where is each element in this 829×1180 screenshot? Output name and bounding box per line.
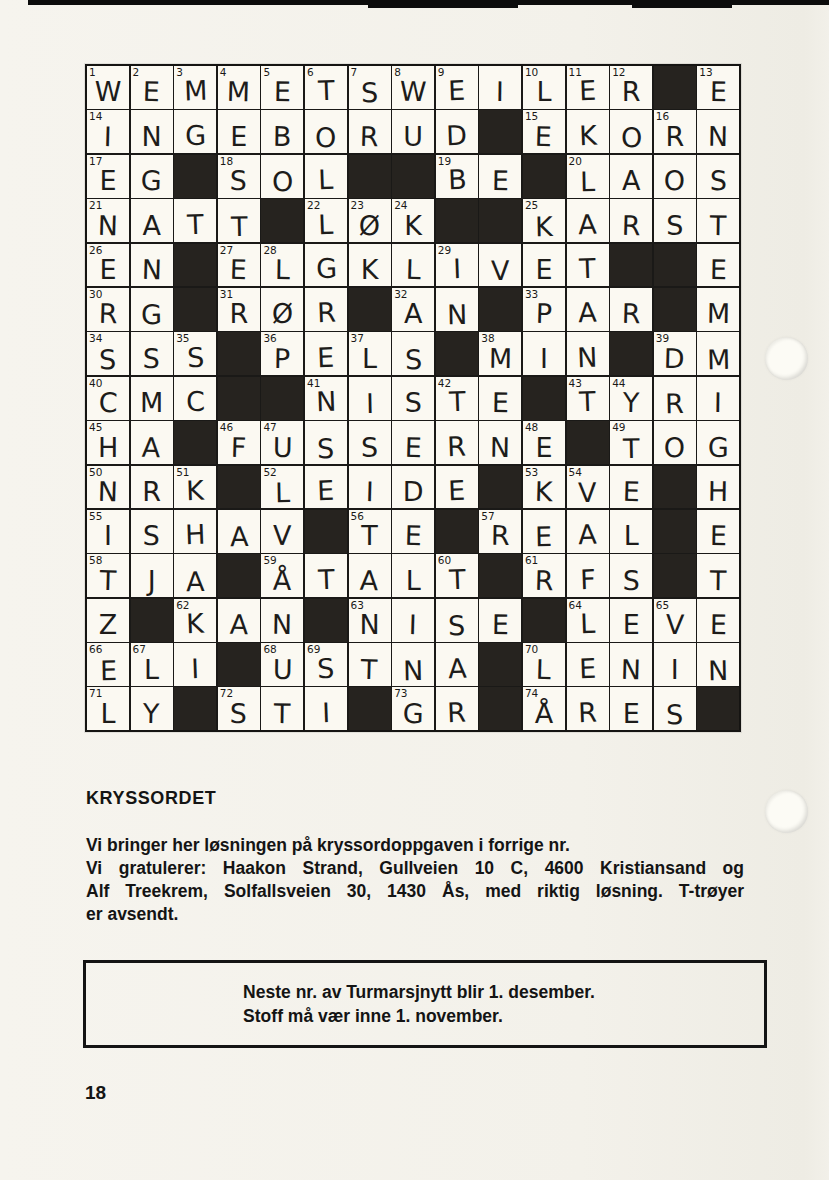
letter-cell: I	[523, 332, 565, 375]
notice-line: Neste nr. av Turmarsjnytt blir 1. desemb…	[243, 980, 595, 1005]
solution-letter: S	[710, 158, 728, 194]
letter-cell: 40C	[87, 377, 129, 420]
solution-letter: M	[706, 291, 730, 327]
solution-letter: K	[535, 203, 553, 239]
letter-cell: T	[305, 554, 347, 597]
letter-cell: 32A	[392, 288, 434, 331]
solution-letter: G	[315, 246, 337, 283]
letter-cell: 5E	[261, 66, 303, 109]
solution-letter: Y	[622, 380, 639, 416]
letter-cell: L	[392, 554, 434, 597]
solution-letter: R	[142, 469, 161, 505]
letter-cell: 42T	[436, 377, 478, 420]
solution-letter: L	[101, 691, 116, 727]
solution-letter: L	[579, 601, 595, 638]
black-cell	[479, 110, 521, 153]
letter-cell: E	[610, 466, 652, 509]
solution-letter: S	[186, 334, 204, 371]
black-cell	[218, 377, 260, 420]
solution-letter: N	[141, 247, 162, 284]
black-cell	[654, 466, 696, 509]
letter-cell: A	[349, 554, 391, 597]
black-cell	[479, 199, 521, 242]
solution-letter: N	[621, 646, 642, 683]
letter-cell: 58T	[87, 554, 129, 597]
solution-letter: Y	[143, 691, 160, 727]
solution-letter: S	[404, 337, 422, 373]
clue-number: 32	[394, 288, 407, 300]
letter-cell: T	[261, 687, 303, 730]
solution-letter: E	[492, 602, 510, 638]
solution-letter: N	[577, 334, 598, 371]
letter-cell: 19B	[436, 155, 478, 198]
solution-letter: I	[104, 513, 112, 549]
letter-cell: A	[218, 510, 260, 553]
solution-letter: K	[186, 601, 205, 638]
solution-letter: L	[406, 558, 421, 594]
solution-letter: E	[317, 468, 335, 505]
letter-cell: 26E	[87, 244, 129, 287]
letter-cell: 10L	[523, 66, 565, 109]
solution-letter: E	[578, 68, 596, 105]
letter-cell: A	[131, 421, 173, 464]
letter-cell: O	[261, 155, 303, 198]
letter-cell: 71L	[87, 687, 129, 730]
page-number: 18	[85, 1082, 106, 1104]
solution-letter: M	[706, 337, 730, 373]
letter-cell: I	[174, 643, 216, 686]
letter-cell: 35S	[174, 332, 216, 375]
solution-letter: E	[317, 334, 335, 371]
black-cell	[654, 244, 696, 287]
letter-cell: A	[131, 199, 173, 242]
letter-cell: 36P	[261, 332, 303, 375]
letter-cell: 38M	[479, 332, 521, 375]
letter-cell: R	[305, 288, 347, 331]
solution-letter: W	[95, 69, 122, 105]
solution-letter: H	[708, 469, 729, 505]
solution-letter: E	[535, 247, 552, 283]
letter-cell: 44Y	[610, 377, 652, 420]
letter-cell: 66E	[87, 643, 129, 686]
solution-letter: A	[142, 203, 160, 239]
letter-cell: R	[349, 110, 391, 153]
solution-letter: L	[318, 201, 334, 238]
letter-cell: 11E	[567, 66, 609, 109]
clue-number: 12	[612, 66, 625, 78]
letter-cell: O	[654, 155, 696, 198]
solution-letter: N	[272, 602, 293, 638]
solution-letter: T	[317, 68, 335, 105]
solution-letter: P	[535, 291, 552, 327]
letter-cell: R	[131, 466, 173, 509]
letter-cell: E	[392, 510, 434, 553]
letter-cell: 64L	[567, 599, 609, 642]
letter-cell: T	[697, 199, 739, 242]
solution-letter: E	[143, 69, 161, 105]
solution-letter: R	[621, 291, 641, 328]
solution-letter: S	[317, 425, 335, 461]
letter-cell: 49T	[610, 421, 652, 464]
letter-cell: I	[305, 687, 347, 730]
solution-letter: R	[491, 513, 510, 549]
black-cell	[654, 554, 696, 597]
letter-cell: 69S	[305, 643, 347, 686]
black-cell	[436, 332, 478, 375]
letter-cell: Y	[131, 687, 173, 730]
solution-letter: N	[708, 114, 729, 150]
letter-cell: I	[392, 599, 434, 642]
letter-cell: 7S	[349, 66, 391, 109]
letter-cell: 47U	[261, 421, 303, 464]
letter-cell: 41N	[305, 377, 347, 420]
letter-cell: E	[479, 155, 521, 198]
letter-cell: 1W	[87, 66, 129, 109]
solution-letter: L	[624, 513, 639, 549]
letter-cell: G	[131, 288, 173, 331]
letter-cell: K	[567, 110, 609, 153]
letter-cell: D	[392, 466, 434, 509]
solution-letter: O	[664, 158, 686, 195]
solution-letter: T	[361, 646, 378, 682]
black-cell	[174, 421, 216, 464]
letter-cell: 65V	[654, 599, 696, 642]
black-cell	[436, 510, 478, 553]
letter-cell: H	[174, 510, 216, 553]
solution-letter: C	[98, 380, 118, 417]
letter-cell: I	[654, 643, 696, 686]
solution-letter: K	[535, 469, 554, 505]
solution-letter: T	[710, 202, 727, 238]
solution-letter: T	[186, 201, 204, 238]
solution-letter: G	[708, 424, 729, 460]
solution-letter: K	[186, 468, 205, 505]
solution-letter: S	[622, 558, 640, 594]
solution-letter: V	[578, 470, 597, 506]
solution-letter: Ø	[358, 202, 380, 239]
solution-letter: P	[274, 336, 291, 372]
black-cell	[610, 332, 652, 375]
letter-cell: E	[610, 687, 652, 730]
letter-cell: H	[697, 466, 739, 509]
solution-letter: N	[97, 469, 118, 506]
solution-letter: A	[578, 512, 598, 549]
letter-cell: R	[567, 687, 609, 730]
letter-cell: S	[392, 332, 434, 375]
letter-cell: A	[174, 554, 216, 597]
clue-number: 48	[525, 421, 538, 433]
solution-letter: E	[230, 247, 248, 283]
letter-cell: 68U	[261, 643, 303, 686]
solution-letter: I	[365, 469, 374, 505]
punch-hole-bottom	[765, 790, 808, 833]
black-cell	[349, 288, 391, 331]
letter-cell: V	[479, 244, 521, 287]
solution-letter: D	[446, 112, 468, 149]
black-cell	[436, 199, 478, 242]
letter-cell: 63N	[349, 599, 391, 642]
black-cell	[479, 687, 521, 730]
solution-letter: U	[403, 114, 423, 150]
clue-number: 45	[89, 421, 102, 433]
solution-letter: F	[579, 556, 596, 593]
black-cell	[697, 687, 739, 730]
black-cell	[131, 599, 173, 642]
black-cell	[174, 687, 216, 730]
notice-line: Stoff må vær inne 1. november.	[243, 1004, 595, 1029]
solution-letter: M	[140, 380, 163, 416]
black-cell	[218, 332, 260, 375]
letter-cell: 27E	[218, 244, 260, 287]
letter-cell: E	[305, 466, 347, 509]
clue-number: 24	[394, 199, 407, 211]
letter-cell: R	[610, 199, 652, 242]
solution-letter: I	[714, 380, 722, 416]
letter-cell: S	[131, 510, 173, 553]
solution-letter: S	[317, 645, 335, 682]
letter-cell: Z	[87, 599, 129, 642]
letter-cell: 37L	[349, 332, 391, 375]
clue-number: 17	[89, 155, 102, 167]
notice-box: Neste nr. av Turmarsjnytt blir 1. desemb…	[83, 960, 767, 1048]
letter-cell: R	[436, 687, 478, 730]
letter-cell: M	[131, 377, 173, 420]
solution-letter: G	[402, 691, 424, 728]
solution-letter: T	[579, 379, 597, 416]
black-cell	[479, 466, 521, 509]
letter-cell: U	[392, 110, 434, 153]
solution-letter: N	[490, 424, 511, 460]
solution-letter: O	[620, 115, 642, 151]
solution-letter: E	[404, 513, 422, 549]
letter-cell: 67L	[131, 643, 173, 686]
letter-cell: L	[610, 510, 652, 553]
black-cell	[654, 288, 696, 331]
letter-cell: E	[697, 599, 739, 642]
letter-cell: R	[610, 288, 652, 331]
letter-cell: 4M	[218, 66, 260, 109]
solution-letter: K	[361, 247, 379, 283]
solution-letter: R	[665, 381, 685, 417]
solution-letter: T	[623, 425, 640, 461]
clue-number: 31	[220, 288, 233, 300]
black-cell	[218, 643, 260, 686]
clue-number: 5	[263, 66, 270, 78]
crossword-grid: 1W2E3M4M5E6T7S8W9EI10L11E12R13E14INGEBOR…	[85, 64, 741, 732]
letter-cell: 29I	[436, 244, 478, 287]
letter-cell: N	[479, 421, 521, 464]
solution-letter: S	[143, 336, 161, 372]
solution-letter: H	[184, 512, 206, 549]
letter-cell: 14I	[87, 110, 129, 153]
solution-letter: E	[535, 514, 553, 550]
black-cell	[479, 554, 521, 597]
solution-letter: R	[447, 423, 467, 460]
letter-cell: 8W	[392, 66, 434, 109]
clue-number: 71	[89, 687, 102, 699]
solution-letter: L	[580, 159, 596, 195]
black-cell	[174, 244, 216, 287]
clue-number: 55	[89, 510, 102, 522]
letter-cell: E	[523, 244, 565, 287]
letter-cell: 59Å	[261, 554, 303, 597]
black-cell	[218, 554, 260, 597]
solution-letter: E	[492, 158, 510, 194]
letter-cell: 60T	[436, 554, 478, 597]
solution-letter: N	[97, 202, 118, 239]
solution-letter: N	[142, 114, 162, 150]
letter-cell: 72S	[218, 687, 260, 730]
article-line: Vi gratulerer: Haakon Strand, Gullveien …	[86, 857, 744, 880]
letter-cell: 74Å	[523, 687, 565, 730]
solution-letter: T	[274, 691, 291, 727]
article-line: Alf Treekrem, Solfallsveien 30, 1430 Ås,…	[86, 880, 744, 903]
solution-letter: I	[365, 381, 374, 417]
solution-letter: I	[409, 602, 418, 638]
solution-letter: A	[578, 290, 598, 327]
solution-letter: S	[448, 603, 466, 639]
letter-cell: V	[261, 510, 303, 553]
letter-cell: E	[436, 466, 478, 509]
black-cell	[654, 66, 696, 109]
letter-cell: S	[610, 554, 652, 597]
letter-cell: 48E	[523, 421, 565, 464]
solution-letter: A	[229, 602, 248, 639]
black-cell	[479, 643, 521, 686]
black-cell	[479, 288, 521, 331]
solution-letter: V	[665, 602, 684, 639]
solution-letter: E	[535, 114, 553, 150]
black-cell	[305, 599, 347, 642]
letter-cell: T	[697, 554, 739, 597]
solution-letter: Ø	[272, 291, 294, 327]
letter-cell: 55I	[87, 510, 129, 553]
solution-letter: E	[710, 69, 728, 105]
article-line: er avsendt.	[86, 903, 744, 926]
solution-letter: U	[272, 646, 292, 682]
letter-cell: S	[654, 687, 696, 730]
letter-cell: E	[523, 510, 565, 553]
solution-letter: M	[183, 68, 208, 105]
solution-letter: A	[186, 559, 205, 595]
article-text: Vi bringer her løsningen på kryssordoppg…	[86, 834, 744, 926]
black-cell	[523, 377, 565, 420]
letter-cell: E	[479, 599, 521, 642]
solution-letter: S	[143, 513, 161, 549]
solution-letter: O	[664, 424, 686, 461]
letter-cell: 2E	[131, 66, 173, 109]
solution-letter: L	[318, 157, 334, 194]
letter-cell: N	[697, 110, 739, 153]
letter-cell: E	[218, 110, 260, 153]
black-cell	[567, 421, 609, 464]
letter-cell: 16R	[654, 110, 696, 153]
solution-letter: R	[534, 557, 554, 594]
solution-letter: R	[98, 291, 118, 328]
solution-letter: M	[227, 69, 251, 106]
solution-letter: E	[622, 469, 640, 505]
letter-cell: Ø	[261, 288, 303, 331]
solution-letter: D	[403, 469, 424, 505]
solution-letter: N	[446, 292, 467, 328]
solution-letter: L	[275, 247, 291, 283]
letter-cell: S	[349, 421, 391, 464]
scan-top-edge-blob	[632, 0, 732, 8]
solution-letter: R	[621, 202, 641, 239]
solution-letter: D	[664, 335, 686, 372]
letter-cell: 57R	[479, 510, 521, 553]
letter-cell: A	[436, 643, 478, 686]
scan-top-edge-blob	[368, 0, 518, 8]
letter-cell: 17E	[87, 155, 129, 198]
solution-letter: I	[671, 647, 679, 683]
letter-cell: 25K	[523, 199, 565, 242]
solution-letter: E	[578, 645, 596, 682]
solution-letter: E	[710, 513, 728, 549]
solution-letter: A	[142, 424, 161, 461]
solution-letter: B	[447, 157, 467, 194]
letter-cell: 24K	[392, 199, 434, 242]
solution-letter: A	[578, 201, 598, 238]
clue-number: 9	[438, 66, 445, 78]
solution-letter: M	[488, 336, 512, 372]
solution-letter: A	[622, 158, 640, 194]
solution-letter: W	[399, 69, 427, 106]
black-cell	[610, 244, 652, 287]
solution-letter: A	[229, 514, 248, 550]
clue-number: 37	[351, 332, 364, 344]
solution-letter: S	[361, 425, 378, 461]
letter-cell: 46F	[218, 421, 260, 464]
clue-number: 14	[89, 110, 102, 122]
clue-number: 74	[525, 687, 538, 699]
solution-letter: S	[230, 691, 248, 727]
letter-cell: 15E	[523, 110, 565, 153]
letter-cell: A	[218, 599, 260, 642]
solution-letter: L	[362, 336, 377, 372]
letter-cell: E	[305, 332, 347, 375]
letter-cell: S	[654, 199, 696, 242]
letter-cell: G	[697, 421, 739, 464]
letter-cell: 53K	[523, 466, 565, 509]
solution-letter: C	[185, 379, 205, 416]
black-cell	[218, 466, 260, 509]
black-cell	[261, 377, 303, 420]
clue-number: 2	[133, 66, 140, 78]
clue-number: 7	[351, 66, 358, 78]
letter-cell: S	[436, 599, 478, 642]
solution-letter: E	[710, 247, 728, 283]
solution-letter: Z	[99, 602, 118, 638]
letter-cell: N	[436, 288, 478, 331]
letter-cell: R	[436, 421, 478, 464]
solution-letter: E	[623, 602, 640, 638]
solution-letter: G	[141, 292, 163, 328]
letter-cell: 39D	[654, 332, 696, 375]
solution-letter: E	[623, 691, 640, 727]
clue-number: 3	[176, 66, 183, 78]
letter-cell: M	[697, 332, 739, 375]
solution-letter: G	[184, 112, 206, 149]
solution-letter: N	[315, 379, 336, 416]
clue-number: 4	[220, 66, 227, 78]
letter-cell: 52L	[261, 466, 303, 509]
solution-letter: L	[536, 646, 552, 682]
solution-letter: T	[710, 558, 727, 594]
solution-letter: J	[148, 558, 156, 594]
letter-cell: G	[131, 155, 173, 198]
solution-letter: Å	[273, 558, 292, 594]
